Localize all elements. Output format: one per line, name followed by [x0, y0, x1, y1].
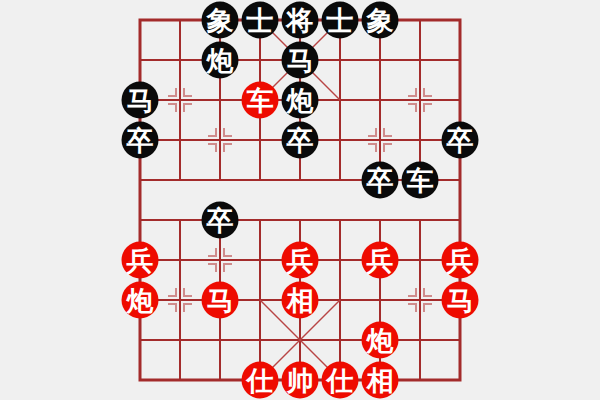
board-point: 马: [120, 80, 160, 120]
board-point: 士: [240, 0, 280, 40]
board-point: [240, 40, 280, 80]
board-point: [160, 320, 200, 360]
board-point: [320, 240, 360, 280]
board-point: 帅: [280, 360, 320, 400]
board-point: 相: [280, 280, 320, 320]
piece-black-horse[interactable]: 马: [122, 82, 159, 119]
piece-black-soldier[interactable]: 卒: [122, 122, 159, 159]
piece-red-general[interactable]: 帅: [282, 362, 319, 399]
board-point: 车: [240, 80, 280, 120]
board-point: [320, 160, 360, 200]
piece-red-soldier[interactable]: 兵: [282, 242, 319, 279]
board-point: 卒: [440, 120, 480, 160]
board-point: [160, 80, 200, 120]
board-point: [360, 80, 400, 120]
board-point: 象: [200, 0, 240, 40]
piece-red-soldier[interactable]: 兵: [442, 242, 479, 279]
board-point: [440, 360, 480, 400]
board-point: [120, 160, 160, 200]
board-point: [160, 0, 200, 40]
board-point: [400, 40, 440, 80]
board-point: [240, 240, 280, 280]
piece-red-advisor[interactable]: 仕: [322, 362, 359, 399]
board-point: [400, 240, 440, 280]
board-point: 马: [280, 40, 320, 80]
piece-red-horse[interactable]: 马: [442, 282, 479, 319]
piece-red-horse[interactable]: 马: [202, 282, 239, 319]
board-point: [320, 280, 360, 320]
board-point: [160, 160, 200, 200]
board-point: [120, 320, 160, 360]
board-point: [200, 80, 240, 120]
piece-black-advisor[interactable]: 士: [242, 2, 279, 39]
piece-black-cannon[interactable]: 炮: [202, 42, 239, 79]
board-point: [360, 200, 400, 240]
board-point: [360, 120, 400, 160]
board-point: [120, 360, 160, 400]
board-point: 车: [400, 160, 440, 200]
board-point: 士: [320, 0, 360, 40]
board-point: [280, 160, 320, 200]
board-point: [320, 40, 360, 80]
piece-red-elephant[interactable]: 相: [362, 362, 399, 399]
board-point: [440, 0, 480, 40]
board-point: [320, 200, 360, 240]
board-point: [200, 120, 240, 160]
board-point: [160, 200, 200, 240]
board-point: 炮: [120, 280, 160, 320]
board-point: [320, 120, 360, 160]
board-point: 仕: [320, 360, 360, 400]
board-point: [120, 0, 160, 40]
board-point: 卒: [200, 200, 240, 240]
board-point: [440, 80, 480, 120]
board-point: [320, 80, 360, 120]
board-point: 兵: [120, 240, 160, 280]
board-point: [400, 360, 440, 400]
piece-red-soldier[interactable]: 兵: [122, 242, 159, 279]
board-point: 将: [280, 0, 320, 40]
piece-black-chariot[interactable]: 车: [402, 162, 439, 199]
piece-red-cannon[interactable]: 炮: [122, 282, 159, 319]
board-point: [280, 320, 320, 360]
piece-black-general[interactable]: 将: [282, 2, 319, 39]
piece-red-advisor[interactable]: 仕: [242, 362, 279, 399]
board-point: 炮: [280, 80, 320, 120]
board-point: [240, 200, 280, 240]
board-point: 象: [360, 0, 400, 40]
board-point: [200, 320, 240, 360]
board-point: [360, 280, 400, 320]
piece-red-elephant[interactable]: 相: [282, 282, 319, 319]
board-point: [400, 320, 440, 360]
board-point: 卒: [280, 120, 320, 160]
board-point: [440, 160, 480, 200]
board-point: [400, 80, 440, 120]
piece-red-chariot[interactable]: 车: [242, 82, 279, 119]
board-point: [120, 200, 160, 240]
xiangqi-board: 象士将士象炮马马车炮卒卒卒卒车卒兵兵兵兵炮马相马炮仕帅仕相: [120, 0, 480, 400]
board-point: [240, 320, 280, 360]
piece-black-cannon[interactable]: 炮: [282, 82, 319, 119]
piece-red-soldier[interactable]: 兵: [362, 242, 399, 279]
board-point: [160, 280, 200, 320]
board-point: 马: [200, 280, 240, 320]
board-point: [120, 40, 160, 80]
board-point: [400, 120, 440, 160]
board-point: [400, 280, 440, 320]
board-point: [280, 200, 320, 240]
board-point: [240, 280, 280, 320]
board-point: [440, 40, 480, 80]
board-point: [240, 120, 280, 160]
piece-black-advisor[interactable]: 士: [322, 2, 359, 39]
board-point: [160, 240, 200, 280]
xiangqi-screenshot: 象士将士象炮马马车炮卒卒卒卒车卒兵兵兵兵炮马相马炮仕帅仕相: [0, 0, 600, 400]
board-point: [200, 360, 240, 400]
board-point: [240, 160, 280, 200]
piece-black-soldier[interactable]: 卒: [202, 202, 239, 239]
board-point: [440, 200, 480, 240]
board-point: [200, 160, 240, 200]
piece-red-cannon[interactable]: 炮: [362, 322, 399, 359]
piece-black-soldier[interactable]: 卒: [282, 122, 319, 159]
board-point: 相: [360, 360, 400, 400]
board-point: 炮: [200, 40, 240, 80]
board-point: 兵: [440, 240, 480, 280]
piece-black-elephant[interactable]: 象: [362, 2, 399, 39]
piece-black-elephant[interactable]: 象: [202, 2, 239, 39]
board-point: [160, 40, 200, 80]
board-point: 仕: [240, 360, 280, 400]
board-point: 卒: [120, 120, 160, 160]
board-point: 兵: [360, 240, 400, 280]
board-point: [400, 0, 440, 40]
board-point: [160, 360, 200, 400]
board-point: [200, 240, 240, 280]
board-point: [360, 40, 400, 80]
piece-black-soldier[interactable]: 卒: [442, 122, 479, 159]
board-point: 卒: [360, 160, 400, 200]
board-point: 炮: [360, 320, 400, 360]
board-point: [320, 320, 360, 360]
board-point: [160, 120, 200, 160]
board-point: 马: [440, 280, 480, 320]
board-point: 兵: [280, 240, 320, 280]
piece-black-horse[interactable]: 马: [282, 42, 319, 79]
board-point: [440, 320, 480, 360]
piece-black-soldier[interactable]: 卒: [362, 162, 399, 199]
board-point: [400, 200, 440, 240]
